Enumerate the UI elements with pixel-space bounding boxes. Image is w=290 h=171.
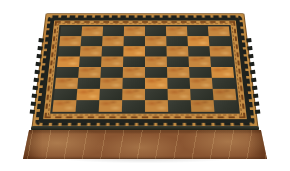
square-h3[interactable] xyxy=(212,78,235,89)
square-d5[interactable] xyxy=(123,56,145,67)
square-h5[interactable] xyxy=(210,56,233,67)
square-e3[interactable] xyxy=(145,78,168,89)
square-c7[interactable] xyxy=(102,36,124,46)
square-a1[interactable] xyxy=(52,100,76,112)
square-c2[interactable] xyxy=(99,89,122,100)
square-e4[interactable] xyxy=(145,67,167,78)
square-b1[interactable] xyxy=(76,100,100,112)
square-e8[interactable] xyxy=(145,26,166,36)
square-e7[interactable] xyxy=(145,36,166,46)
square-b2[interactable] xyxy=(76,89,99,100)
square-b8[interactable] xyxy=(81,26,103,36)
square-d6[interactable] xyxy=(123,46,145,56)
square-d8[interactable] xyxy=(124,26,145,36)
square-h1[interactable] xyxy=(214,100,238,112)
square-b7[interactable] xyxy=(81,36,103,46)
square-d4[interactable] xyxy=(123,67,145,78)
square-f6[interactable] xyxy=(166,46,188,56)
square-e5[interactable] xyxy=(145,56,167,67)
square-f4[interactable] xyxy=(167,67,190,78)
square-a4[interactable] xyxy=(56,67,79,78)
square-f2[interactable] xyxy=(168,89,191,100)
square-g5[interactable] xyxy=(188,56,211,67)
square-h4[interactable] xyxy=(211,67,234,78)
square-c6[interactable] xyxy=(102,46,124,56)
stamped-border-band xyxy=(43,21,247,120)
square-g2[interactable] xyxy=(190,89,213,100)
square-h6[interactable] xyxy=(209,46,232,56)
square-c8[interactable] xyxy=(103,26,124,36)
square-g3[interactable] xyxy=(190,78,213,89)
square-b3[interactable] xyxy=(77,78,100,89)
board-field xyxy=(50,25,240,114)
zigzag-trim xyxy=(38,18,251,123)
square-c5[interactable] xyxy=(101,56,123,67)
square-a7[interactable] xyxy=(59,36,81,46)
square-f3[interactable] xyxy=(167,78,190,89)
square-h7[interactable] xyxy=(209,36,231,46)
square-a3[interactable] xyxy=(55,78,78,89)
square-c4[interactable] xyxy=(100,67,123,78)
square-c3[interactable] xyxy=(100,78,123,89)
square-e2[interactable] xyxy=(145,89,168,100)
chessboard-photo xyxy=(0,0,290,171)
square-f1[interactable] xyxy=(168,100,191,112)
box-shadow xyxy=(26,158,264,165)
square-a2[interactable] xyxy=(54,89,78,100)
square-d2[interactable] xyxy=(122,89,145,100)
square-d1[interactable] xyxy=(122,100,145,112)
square-g6[interactable] xyxy=(188,46,210,56)
square-h2[interactable] xyxy=(213,89,237,100)
square-b5[interactable] xyxy=(79,56,102,67)
square-g1[interactable] xyxy=(191,100,215,112)
square-e6[interactable] xyxy=(145,46,167,56)
square-g4[interactable] xyxy=(189,67,212,78)
square-b6[interactable] xyxy=(80,46,102,56)
square-a5[interactable] xyxy=(57,56,80,67)
square-f8[interactable] xyxy=(166,26,187,36)
square-d7[interactable] xyxy=(124,36,145,46)
board-top-face xyxy=(31,13,258,128)
square-h8[interactable] xyxy=(208,26,230,36)
square-g7[interactable] xyxy=(187,36,209,46)
square-b4[interactable] xyxy=(78,67,101,78)
board-grid xyxy=(52,26,237,111)
square-a8[interactable] xyxy=(60,26,82,36)
box-front-face xyxy=(23,130,267,159)
square-f5[interactable] xyxy=(167,56,189,67)
square-e1[interactable] xyxy=(145,100,168,112)
square-f7[interactable] xyxy=(166,36,188,46)
square-a6[interactable] xyxy=(58,46,81,56)
square-g8[interactable] xyxy=(187,26,209,36)
square-d3[interactable] xyxy=(122,78,145,89)
square-c1[interactable] xyxy=(99,100,122,112)
